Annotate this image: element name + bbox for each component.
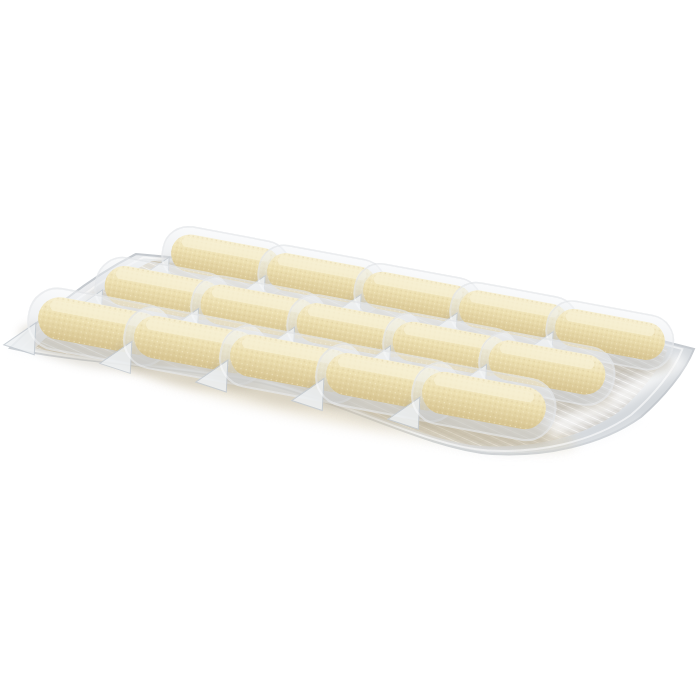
- product-photo: [0, 0, 700, 700]
